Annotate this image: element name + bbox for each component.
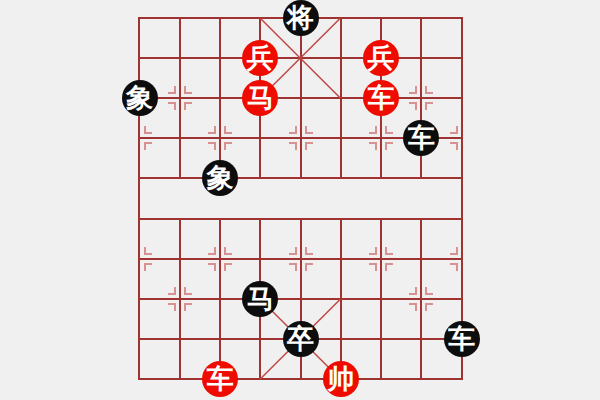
grid-file-line xyxy=(219,18,221,178)
point-marker xyxy=(224,263,232,271)
point-marker xyxy=(450,126,458,134)
point-marker xyxy=(450,142,458,150)
xiangqi-board[interactable]: 将兵兵象马车车象马卒车车帅 xyxy=(0,0,600,400)
point-marker xyxy=(385,263,393,271)
point-marker xyxy=(289,247,297,255)
piece-black-chariot[interactable]: 车 xyxy=(444,321,480,357)
point-marker xyxy=(168,102,176,110)
piece-red-soldier[interactable]: 兵 xyxy=(242,40,278,76)
point-marker xyxy=(184,86,192,94)
point-marker xyxy=(409,102,417,110)
piece-black-chariot[interactable]: 车 xyxy=(403,120,439,156)
point-marker xyxy=(369,263,377,271)
piece-black-elephant[interactable]: 象 xyxy=(202,160,238,196)
point-marker xyxy=(409,86,417,94)
grid-file-line xyxy=(179,18,181,178)
piece-red-chariot[interactable]: 车 xyxy=(363,80,399,116)
piece-red-chariot[interactable]: 车 xyxy=(202,361,238,397)
point-marker xyxy=(289,126,297,134)
point-marker xyxy=(369,142,377,150)
piece-black-elephant[interactable]: 象 xyxy=(122,80,158,116)
point-marker xyxy=(305,142,313,150)
point-marker xyxy=(168,287,176,295)
grid-file-line xyxy=(179,219,181,379)
point-marker xyxy=(450,263,458,271)
point-marker xyxy=(208,126,216,134)
point-marker xyxy=(208,263,216,271)
grid-file-line xyxy=(219,219,221,379)
piece-red-general[interactable]: 帅 xyxy=(323,361,359,397)
point-marker xyxy=(224,247,232,255)
point-marker xyxy=(224,142,232,150)
point-marker xyxy=(168,86,176,94)
point-marker xyxy=(450,247,458,255)
point-marker xyxy=(305,247,313,255)
point-marker xyxy=(425,102,433,110)
point-marker xyxy=(208,142,216,150)
point-marker xyxy=(385,247,393,255)
point-marker xyxy=(385,142,393,150)
piece-black-general[interactable]: 将 xyxy=(283,0,319,36)
point-marker xyxy=(224,126,232,134)
point-marker xyxy=(289,263,297,271)
point-marker xyxy=(184,102,192,110)
piece-black-horse[interactable]: 马 xyxy=(242,281,278,317)
point-marker xyxy=(369,126,377,134)
point-marker xyxy=(168,303,176,311)
grid-file-line xyxy=(380,219,382,379)
point-marker xyxy=(289,142,297,150)
piece-red-horse[interactable]: 马 xyxy=(242,80,278,116)
point-marker xyxy=(409,303,417,311)
point-marker xyxy=(369,247,377,255)
point-marker xyxy=(409,287,417,295)
point-marker xyxy=(144,263,152,271)
point-marker xyxy=(144,142,152,150)
grid-file-line xyxy=(420,219,422,379)
point-marker xyxy=(208,247,216,255)
point-marker xyxy=(425,86,433,94)
point-marker xyxy=(184,287,192,295)
point-marker xyxy=(425,287,433,295)
piece-red-soldier[interactable]: 兵 xyxy=(363,40,399,76)
point-marker xyxy=(144,126,152,134)
point-marker xyxy=(305,126,313,134)
board-stage: 将兵兵象马车车象马卒车车帅 xyxy=(0,0,600,400)
point-marker xyxy=(425,303,433,311)
point-marker xyxy=(144,247,152,255)
point-marker xyxy=(305,263,313,271)
point-marker xyxy=(385,126,393,134)
point-marker xyxy=(184,303,192,311)
piece-black-soldier[interactable]: 卒 xyxy=(283,321,319,357)
